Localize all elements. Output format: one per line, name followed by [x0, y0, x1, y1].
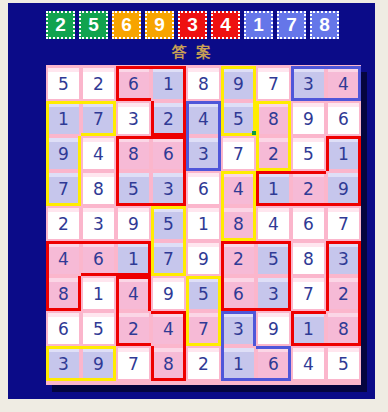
cell-r3c9[interactable]: 1	[328, 138, 359, 169]
cell-r5c2[interactable]: 3	[83, 208, 114, 239]
cell-r1c4[interactable]: 1	[153, 68, 184, 99]
cell-r9c6[interactable]: 1	[223, 348, 254, 379]
cell-r7c2[interactable]: 1	[83, 278, 114, 309]
cell-r7c1[interactable]: 8	[48, 278, 79, 309]
number-tile-3[interactable]: 3	[178, 11, 207, 39]
cell-r9c4[interactable]: 8	[153, 348, 184, 379]
number-tile-7[interactable]: 7	[277, 11, 306, 39]
cell-r9c1[interactable]: 3	[48, 348, 79, 379]
number-tile-5[interactable]: 5	[79, 11, 108, 39]
cell-r1c6[interactable]: 9	[223, 68, 254, 99]
cell-r3c8[interactable]: 5	[293, 138, 324, 169]
cell-r7c8[interactable]: 7	[293, 278, 324, 309]
cell-r7c5[interactable]: 5	[188, 278, 219, 309]
cell-r1c8[interactable]: 3	[293, 68, 324, 99]
cell-r6c7[interactable]: 5	[258, 243, 289, 274]
number-tile-4[interactable]: 4	[211, 11, 240, 39]
cell-r2c5[interactable]: 4	[188, 103, 219, 134]
cell-r3c3[interactable]: 8	[118, 138, 149, 169]
cell-r3c4[interactable]: 6	[153, 138, 184, 169]
cell-r7c4[interactable]: 9	[153, 278, 184, 309]
cell-r2c6[interactable]: 5	[223, 103, 254, 134]
cell-r9c2[interactable]: 9	[83, 348, 114, 379]
cell-r3c6[interactable]: 7	[223, 138, 254, 169]
cell-r4c8[interactable]: 2	[293, 173, 324, 204]
cell-r7c6[interactable]: 6	[223, 278, 254, 309]
cell-r6c3[interactable]: 1	[118, 243, 149, 274]
cell-r6c2[interactable]: 6	[83, 243, 114, 274]
cell-r9c7[interactable]: 6	[258, 348, 289, 379]
cell-r3c7[interactable]: 2	[258, 138, 289, 169]
cell-r5c7[interactable]: 4	[258, 208, 289, 239]
cell-r1c5[interactable]: 8	[188, 68, 219, 99]
cell-r5c6[interactable]: 8	[223, 208, 254, 239]
cell-r7c3[interactable]: 4	[118, 278, 149, 309]
cell-r4c1[interactable]: 7	[48, 173, 79, 204]
number-tile-2[interactable]: 2	[46, 11, 75, 39]
cell-r9c5[interactable]: 2	[188, 348, 219, 379]
cell-r1c7[interactable]: 7	[258, 68, 289, 99]
cell-r7c9[interactable]: 2	[328, 278, 359, 309]
cell-r4c5[interactable]: 6	[188, 173, 219, 204]
cell-r4c4[interactable]: 3	[153, 173, 184, 204]
cell-r3c1[interactable]: 9	[48, 138, 79, 169]
cell-r8c4[interactable]: 4	[153, 313, 184, 344]
cell-r4c2[interactable]: 8	[83, 173, 114, 204]
number-tile-6[interactable]: 6	[112, 11, 141, 39]
cell-r8c9[interactable]: 8	[328, 313, 359, 344]
cell-r6c5[interactable]: 9	[188, 243, 219, 274]
game-panel: 256934178 答案 526189734173245896948637251…	[8, 3, 375, 399]
number-tile-1[interactable]: 1	[244, 11, 273, 39]
cell-r5c5[interactable]: 1	[188, 208, 219, 239]
cell-r9c8[interactable]: 4	[293, 348, 324, 379]
page-background: 256934178 答案 526189734173245896948637251…	[0, 0, 388, 412]
cell-r6c8[interactable]: 8	[293, 243, 324, 274]
cell-r5c9[interactable]: 7	[328, 208, 359, 239]
cell-r2c4[interactable]: 2	[153, 103, 184, 134]
cell-r8c6[interactable]: 3	[223, 313, 254, 344]
cell-r2c9[interactable]: 6	[328, 103, 359, 134]
cell-r8c7[interactable]: 9	[258, 313, 289, 344]
cell-r1c2[interactable]: 2	[83, 68, 114, 99]
cell-r1c3[interactable]: 6	[118, 68, 149, 99]
cell-r6c9[interactable]: 3	[328, 243, 359, 274]
cell-r9c9[interactable]: 5	[328, 348, 359, 379]
cell-r8c2[interactable]: 5	[83, 313, 114, 344]
cell-r6c6[interactable]: 2	[223, 243, 254, 274]
cell-r6c1[interactable]: 4	[48, 243, 79, 274]
sudoku-board: 5261897341732458969486372517853641292395…	[46, 65, 361, 385]
cell-r8c5[interactable]: 7	[188, 313, 219, 344]
cell-r4c6[interactable]: 4	[223, 173, 254, 204]
answer-title: 答案	[8, 43, 375, 62]
cell-r5c1[interactable]: 2	[48, 208, 79, 239]
number-tile-8[interactable]: 8	[310, 11, 339, 39]
cell-r2c2[interactable]: 7	[83, 103, 114, 134]
cell-r3c2[interactable]: 4	[83, 138, 114, 169]
cell-r9c3[interactable]: 7	[118, 348, 149, 379]
cell-r5c4[interactable]: 5	[153, 208, 184, 239]
cell-r5c3[interactable]: 9	[118, 208, 149, 239]
cell-r8c1[interactable]: 6	[48, 313, 79, 344]
cell-r5c8[interactable]: 6	[293, 208, 324, 239]
cell-r4c7[interactable]: 1	[258, 173, 289, 204]
cell-r3c5[interactable]: 3	[188, 138, 219, 169]
cell-r2c8[interactable]: 9	[293, 103, 324, 134]
cell-r8c3[interactable]: 2	[118, 313, 149, 344]
cell-r1c1[interactable]: 5	[48, 68, 79, 99]
green-marker-dot	[252, 131, 256, 135]
cell-r6c4[interactable]: 7	[153, 243, 184, 274]
cell-r2c1[interactable]: 1	[48, 103, 79, 134]
number-tile-9[interactable]: 9	[145, 11, 174, 39]
cell-r4c9[interactable]: 9	[328, 173, 359, 204]
cell-r7c7[interactable]: 3	[258, 278, 289, 309]
cell-r2c3[interactable]: 3	[118, 103, 149, 134]
cell-r1c9[interactable]: 4	[328, 68, 359, 99]
cell-r2c7[interactable]: 8	[258, 103, 289, 134]
cell-r8c8[interactable]: 1	[293, 313, 324, 344]
cell-r4c3[interactable]: 5	[118, 173, 149, 204]
